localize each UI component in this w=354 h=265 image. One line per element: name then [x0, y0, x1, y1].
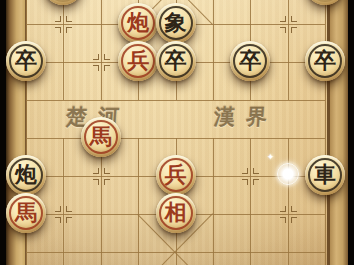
- piece-glyph: 兵: [156, 155, 196, 195]
- point-marker: [93, 65, 99, 71]
- grid-line: [26, 100, 325, 101]
- piece-glyph: 卒: [230, 41, 270, 81]
- point-marker: [280, 217, 286, 223]
- piece-glyph: 炮: [118, 3, 158, 43]
- point-marker: [291, 27, 297, 33]
- grid-line: [63, 0, 64, 100]
- piece-black-cannon[interactable]: 炮: [6, 155, 46, 195]
- point-marker: [55, 206, 61, 212]
- piece-glyph: 相: [156, 193, 196, 233]
- point-marker: [280, 206, 286, 212]
- point-marker: [66, 16, 72, 22]
- point-marker: [55, 27, 61, 33]
- piece-glyph: 卒: [6, 41, 46, 81]
- piece-red-soldier[interactable]: 兵: [118, 41, 158, 81]
- river-label-han-border: 漢界: [199, 102, 293, 132]
- piece-black-soldier[interactable]: 卒: [230, 41, 270, 81]
- point-marker: [104, 54, 110, 60]
- grid-line: [63, 138, 64, 265]
- piece-glyph: 象: [156, 3, 196, 43]
- grid-line: [250, 138, 251, 265]
- point-marker: [242, 179, 248, 185]
- point-marker: [93, 168, 99, 174]
- piece-glyph: 卒: [156, 41, 196, 81]
- piece-glyph: [43, 0, 83, 5]
- point-marker: [104, 65, 110, 71]
- grid-line: [288, 138, 289, 265]
- board-right-margin: [327, 0, 348, 265]
- grid-line: [213, 0, 214, 100]
- point-marker: [253, 179, 259, 185]
- piece-black-soldier[interactable]: 卒: [305, 41, 345, 81]
- point-marker: [66, 217, 72, 223]
- point-marker: [55, 16, 61, 22]
- piece-black-soldier[interactable]: 卒: [6, 41, 46, 81]
- piece-black-soldier[interactable]: 卒: [156, 41, 196, 81]
- point-marker: [66, 206, 72, 212]
- grid-line: [101, 0, 102, 100]
- piece-red-horse[interactable]: 馬: [6, 193, 46, 233]
- piece-glyph: 馬: [81, 117, 121, 157]
- point-marker: [66, 27, 72, 33]
- grid-line: [213, 138, 214, 265]
- letterbox-right: [348, 0, 354, 265]
- point-marker: [242, 168, 248, 174]
- grid-line: [288, 0, 289, 100]
- piece-glyph: 炮: [6, 155, 46, 195]
- piece-black-chariot[interactable]: 車: [305, 155, 345, 195]
- move-glow-marker: ✦: [274, 160, 302, 188]
- piece-glyph: [305, 0, 345, 5]
- piece-glyph: 兵: [118, 41, 158, 81]
- xiangqi-game-screen: 楚河 漢界 炮象卒兵卒卒卒馬炮兵車馬相 ✦: [0, 0, 354, 265]
- point-marker: [253, 168, 259, 174]
- piece-cropped-piece[interactable]: [43, 0, 83, 5]
- point-marker: [55, 217, 61, 223]
- point-marker: [104, 179, 110, 185]
- letterbox-left: [0, 0, 6, 265]
- piece-glyph: 車: [305, 155, 345, 195]
- point-marker: [291, 16, 297, 22]
- piece-red-cannon[interactable]: 炮: [118, 3, 158, 43]
- point-marker: [104, 168, 110, 174]
- piece-red-elephant[interactable]: 相: [156, 193, 196, 233]
- piece-red-horse[interactable]: 馬: [81, 117, 121, 157]
- grid-line: [325, 0, 326, 265]
- grid-line: [101, 138, 102, 265]
- piece-black-elephant[interactable]: 象: [156, 3, 196, 43]
- sparkle-icon: ✦: [267, 153, 275, 162]
- point-marker: [280, 16, 286, 22]
- point-marker: [280, 27, 286, 33]
- point-marker: [291, 206, 297, 212]
- point-marker: [93, 179, 99, 185]
- piece-glyph: 卒: [305, 41, 345, 81]
- glow-ring: [277, 163, 299, 185]
- grid-line: [138, 138, 139, 265]
- piece-glyph: 馬: [6, 193, 46, 233]
- point-marker: [93, 54, 99, 60]
- point-marker: [291, 217, 297, 223]
- piece-cropped-piece[interactable]: [305, 0, 345, 5]
- piece-red-soldier[interactable]: 兵: [156, 155, 196, 195]
